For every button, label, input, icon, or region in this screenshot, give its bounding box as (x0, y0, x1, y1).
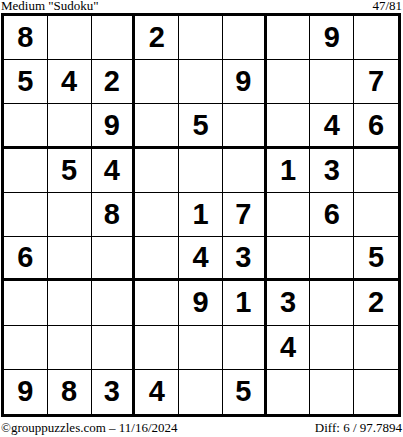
cell-r3c4[interactable] (135, 104, 179, 148)
cell-r1c3[interactable] (92, 16, 136, 60)
cell-r7c5: 9 (179, 281, 223, 325)
cell-r2c5[interactable] (179, 60, 223, 104)
cell-r5c7[interactable] (267, 193, 311, 237)
cell-r6c6: 3 (223, 237, 267, 281)
cell-r2c2: 4 (48, 60, 92, 104)
copyright-date: ©grouppuzzles.com – 11/16/2024 (1, 421, 178, 435)
cell-r7c2[interactable] (48, 281, 92, 325)
cell-r7c7: 3 (267, 281, 311, 325)
cell-r7c8[interactable] (310, 281, 354, 325)
cell-r1c4: 2 (135, 16, 179, 60)
header: Medium "Sudoku" 47/81 (0, 0, 403, 13)
cell-r3c2[interactable] (48, 104, 92, 148)
cell-r9c9[interactable] (354, 370, 398, 414)
cell-r8c4[interactable] (135, 326, 179, 370)
cell-r8c8[interactable] (310, 326, 354, 370)
cell-r8c9[interactable] (354, 326, 398, 370)
cell-r4c3: 4 (92, 149, 136, 193)
cell-r6c5: 4 (179, 237, 223, 281)
cell-r4c1[interactable] (4, 149, 48, 193)
cell-r4c2: 5 (48, 149, 92, 193)
cell-r1c8: 9 (310, 16, 354, 60)
cell-r7c1[interactable] (4, 281, 48, 325)
cell-r1c2[interactable] (48, 16, 92, 60)
cell-r5c5: 1 (179, 193, 223, 237)
cell-r5c6: 7 (223, 193, 267, 237)
cell-r2c1: 5 (4, 60, 48, 104)
cell-r3c3: 9 (92, 104, 136, 148)
cell-r6c7[interactable] (267, 237, 311, 281)
cell-r6c9: 5 (354, 237, 398, 281)
cell-r2c7[interactable] (267, 60, 311, 104)
cell-r8c5[interactable] (179, 326, 223, 370)
cell-r5c1[interactable] (4, 193, 48, 237)
cell-r4c9[interactable] (354, 149, 398, 193)
cell-r1c5[interactable] (179, 16, 223, 60)
cell-r1c7[interactable] (267, 16, 311, 60)
puzzle-title: Medium "Sudoku" (1, 0, 99, 12)
cell-r3c6[interactable] (223, 104, 267, 148)
cell-r7c3[interactable] (92, 281, 136, 325)
cell-r9c7[interactable] (267, 370, 311, 414)
cell-r9c2: 8 (48, 370, 92, 414)
cell-r8c1[interactable] (4, 326, 48, 370)
cell-r2c8[interactable] (310, 60, 354, 104)
cell-r2c4[interactable] (135, 60, 179, 104)
difficulty-rating: Diff: 6 / 97.7894 (315, 421, 402, 435)
cell-r9c8[interactable] (310, 370, 354, 414)
cell-r2c9: 7 (354, 60, 398, 104)
cell-r3c5: 5 (179, 104, 223, 148)
cell-r4c7: 1 (267, 149, 311, 193)
cell-r5c2[interactable] (48, 193, 92, 237)
sudoku-board: 8295429795465413817664359132498345 (1, 13, 401, 417)
cell-r8c3[interactable] (92, 326, 136, 370)
cell-r9c3: 3 (92, 370, 136, 414)
cell-r5c4[interactable] (135, 193, 179, 237)
cell-r9c1: 9 (4, 370, 48, 414)
cell-r4c5[interactable] (179, 149, 223, 193)
cell-r3c1[interactable] (4, 104, 48, 148)
cell-r6c8[interactable] (310, 237, 354, 281)
cell-r5c9[interactable] (354, 193, 398, 237)
cell-r7c9: 2 (354, 281, 398, 325)
cell-r9c5[interactable] (179, 370, 223, 414)
cell-r3c9: 6 (354, 104, 398, 148)
cell-r9c6: 5 (223, 370, 267, 414)
cell-r5c3: 8 (92, 193, 136, 237)
cell-r6c3[interactable] (92, 237, 136, 281)
cell-r1c6[interactable] (223, 16, 267, 60)
remaining-counter: 47/81 (372, 0, 402, 12)
cell-r3c7[interactable] (267, 104, 311, 148)
cell-r7c6: 1 (223, 281, 267, 325)
cell-r9c4: 4 (135, 370, 179, 414)
cell-r2c6: 9 (223, 60, 267, 104)
cell-r6c2[interactable] (48, 237, 92, 281)
cell-r8c7: 4 (267, 326, 311, 370)
cell-r6c4[interactable] (135, 237, 179, 281)
footer: ©grouppuzzles.com – 11/16/2024 Diff: 6 /… (0, 417, 403, 435)
cell-r1c1: 8 (4, 16, 48, 60)
cell-r5c8: 6 (310, 193, 354, 237)
cell-r4c4[interactable] (135, 149, 179, 193)
cell-r6c1: 6 (4, 237, 48, 281)
cell-r8c6[interactable] (223, 326, 267, 370)
sudoku-page: Medium "Sudoku" 47/81 829542979546541381… (0, 0, 403, 437)
cell-r7c4[interactable] (135, 281, 179, 325)
cell-r2c3: 2 (92, 60, 136, 104)
cell-r3c8: 4 (310, 104, 354, 148)
cell-r8c2[interactable] (48, 326, 92, 370)
cell-r4c6[interactable] (223, 149, 267, 193)
cell-r1c9[interactable] (354, 16, 398, 60)
cell-r4c8: 3 (310, 149, 354, 193)
